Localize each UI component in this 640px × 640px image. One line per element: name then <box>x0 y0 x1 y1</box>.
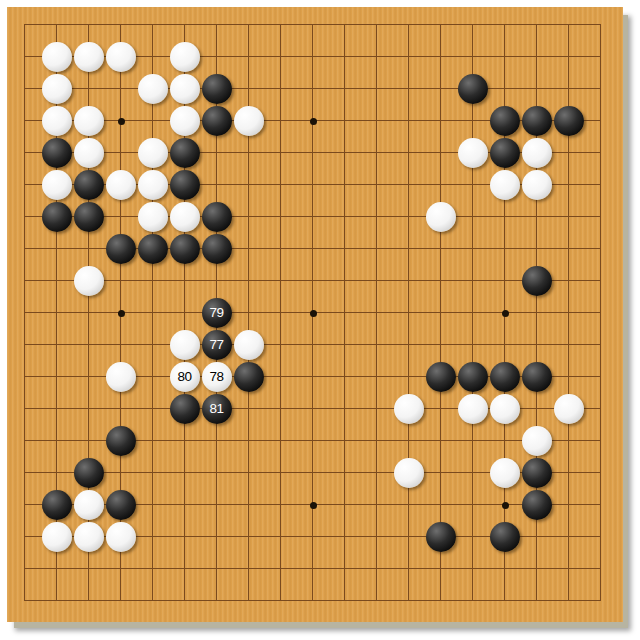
star-point <box>310 502 317 509</box>
stone-white[interactable] <box>74 138 104 168</box>
stone-white[interactable] <box>42 106 72 136</box>
stone-black[interactable]: 81 <box>202 394 232 424</box>
stone-white[interactable] <box>170 42 200 72</box>
stone-white[interactable] <box>490 394 520 424</box>
stone-white[interactable] <box>106 522 136 552</box>
stone-white[interactable] <box>522 138 552 168</box>
stone-black[interactable] <box>458 362 488 392</box>
stone-white[interactable] <box>106 42 136 72</box>
stone-white[interactable] <box>170 330 200 360</box>
stone-white[interactable] <box>490 170 520 200</box>
go-board[interactable]: 7977807881 <box>7 7 623 622</box>
stone-white[interactable] <box>554 394 584 424</box>
go-diagram: 7977807881 <box>0 0 640 640</box>
stone-white[interactable] <box>458 394 488 424</box>
stone-white[interactable] <box>234 106 264 136</box>
stone-white[interactable] <box>170 106 200 136</box>
stone-black[interactable] <box>490 106 520 136</box>
stone-white[interactable] <box>426 202 456 232</box>
stone-white[interactable] <box>234 330 264 360</box>
stone-black[interactable] <box>202 234 232 264</box>
stone-black[interactable] <box>234 362 264 392</box>
star-point <box>118 310 125 317</box>
star-point <box>310 310 317 317</box>
board-grid: 7977807881 <box>24 24 601 601</box>
stone-white[interactable] <box>170 74 200 104</box>
stone-black[interactable] <box>490 522 520 552</box>
move-number: 81 <box>209 402 223 416</box>
stone-white[interactable] <box>490 458 520 488</box>
stone-white[interactable] <box>74 106 104 136</box>
stone-white[interactable] <box>138 138 168 168</box>
stone-white[interactable] <box>74 490 104 520</box>
stone-white[interactable]: 78 <box>202 362 232 392</box>
stone-black[interactable] <box>490 138 520 168</box>
stone-white[interactable] <box>74 522 104 552</box>
star-point <box>310 118 317 125</box>
stone-black[interactable] <box>42 490 72 520</box>
star-point <box>502 310 509 317</box>
stone-white[interactable] <box>522 426 552 456</box>
stone-black[interactable] <box>490 362 520 392</box>
stone-white[interactable] <box>522 170 552 200</box>
stone-black[interactable] <box>554 106 584 136</box>
stone-white[interactable] <box>42 522 72 552</box>
stone-white[interactable]: 80 <box>170 362 200 392</box>
stone-black[interactable] <box>522 266 552 296</box>
star-point <box>118 118 125 125</box>
stone-black[interactable] <box>426 522 456 552</box>
stone-black[interactable] <box>458 74 488 104</box>
move-number: 79 <box>209 306 223 320</box>
stone-white[interactable] <box>106 170 136 200</box>
stone-black[interactable] <box>522 362 552 392</box>
stone-black[interactable] <box>522 106 552 136</box>
move-number: 78 <box>209 370 223 384</box>
stone-white[interactable] <box>42 74 72 104</box>
stone-black[interactable]: 79 <box>202 298 232 328</box>
stone-white[interactable] <box>394 394 424 424</box>
stone-white[interactable] <box>458 138 488 168</box>
stone-white[interactable] <box>138 74 168 104</box>
stone-white[interactable] <box>106 362 136 392</box>
stone-black[interactable] <box>106 426 136 456</box>
move-number: 80 <box>177 370 191 384</box>
star-point <box>502 502 509 509</box>
stone-black[interactable] <box>170 234 200 264</box>
stone-black[interactable] <box>202 106 232 136</box>
stone-white[interactable] <box>394 458 424 488</box>
stone-white[interactable] <box>138 202 168 232</box>
stone-black[interactable] <box>170 394 200 424</box>
stone-white[interactable] <box>138 170 168 200</box>
stone-white[interactable] <box>42 170 72 200</box>
stone-black[interactable] <box>426 362 456 392</box>
stone-black[interactable] <box>170 138 200 168</box>
stone-black[interactable] <box>42 138 72 168</box>
stone-black[interactable] <box>522 458 552 488</box>
stone-black[interactable] <box>522 490 552 520</box>
stone-white[interactable] <box>74 42 104 72</box>
stone-black[interactable] <box>202 202 232 232</box>
stone-black[interactable] <box>170 170 200 200</box>
stone-black[interactable] <box>42 202 72 232</box>
move-number: 77 <box>209 338 223 352</box>
stone-black[interactable] <box>74 458 104 488</box>
stone-white[interactable] <box>170 202 200 232</box>
stone-white[interactable] <box>74 266 104 296</box>
stone-white[interactable] <box>42 42 72 72</box>
stone-black[interactable] <box>138 234 168 264</box>
stone-black[interactable] <box>202 74 232 104</box>
stone-black[interactable] <box>74 202 104 232</box>
stone-black[interactable] <box>106 490 136 520</box>
stone-black[interactable] <box>106 234 136 264</box>
stone-black[interactable]: 77 <box>202 330 232 360</box>
stone-black[interactable] <box>74 170 104 200</box>
